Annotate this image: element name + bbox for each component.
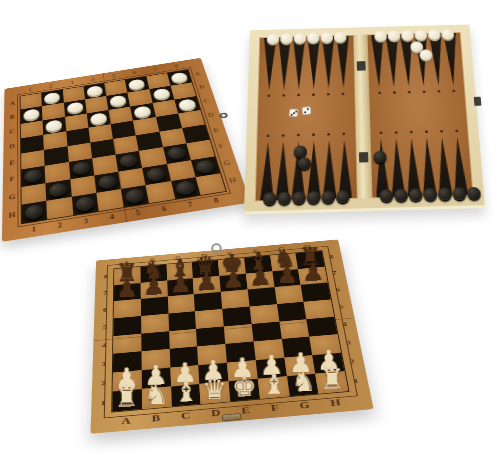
checkers-square <box>22 201 48 224</box>
checker-black <box>174 180 196 196</box>
checker-white <box>24 109 40 122</box>
backgammon-black-checker <box>379 189 393 202</box>
backgammon-white-checker <box>321 32 334 43</box>
chess-square-g1: ♞ <box>287 374 319 396</box>
chess-square-d6 <box>194 292 222 311</box>
chess-square-f1: ♝ <box>258 377 290 399</box>
backgammon-point <box>307 37 320 90</box>
backgammon-white-checker <box>414 30 427 41</box>
coordinate-label: 2 <box>101 380 106 387</box>
point-dot-icon <box>277 134 290 137</box>
coordinate-label: B <box>10 115 15 121</box>
checkers-board: ABCDEFGH ABCDEFGH 12345678 12345678 <box>2 58 251 242</box>
chess-square-d1: ♛ <box>200 382 231 404</box>
coordinate-label: 5 <box>112 74 116 79</box>
checker-black <box>194 159 216 174</box>
checker-black <box>119 154 139 169</box>
checker-black <box>125 188 146 204</box>
point-dot-icon <box>447 90 460 93</box>
coordinate-label: 7 <box>103 291 107 297</box>
coordinate-label: G <box>9 194 16 201</box>
chess-square-d5 <box>195 309 224 329</box>
coordinate-label: 3 <box>102 361 107 367</box>
bg-black-rail-left <box>263 190 350 205</box>
backgammon-point <box>443 33 459 86</box>
coordinate-label: C <box>181 411 191 421</box>
chess-board: ♜♞♝♛♚♝♞♜♟♟♟♟♟♟♟♟♟♟♟♟♟♟♟♟♜♞♝♛♚♝♞♜ ABCDEFG… <box>90 239 373 433</box>
coordinate-label: 1 <box>32 226 37 233</box>
coordinate-label: F <box>10 176 15 183</box>
coordinate-label: 3 <box>70 80 74 85</box>
checker-black <box>25 169 43 184</box>
point-dots <box>373 90 461 95</box>
coordinate-label: 7 <box>332 271 337 277</box>
coordinate-label: 3 <box>345 340 351 346</box>
coordinate-label: 5 <box>102 325 107 331</box>
chess-square-c5 <box>168 311 196 331</box>
point-dot-icon <box>418 90 431 93</box>
backgammon-black-checker <box>336 190 350 203</box>
coordinate-label: 4 <box>342 321 348 327</box>
checker-white <box>152 88 170 100</box>
point-dot-icon <box>373 91 386 94</box>
point-dot-icon <box>307 133 320 136</box>
chess-piece-black-pawn: ♟ <box>142 274 165 299</box>
chess-piece-white-king: ♚ <box>232 373 257 401</box>
checker-white <box>90 112 108 125</box>
coordinate-label: 6 <box>103 307 107 313</box>
point-dot-icon <box>420 130 433 133</box>
coordinate-label: B <box>199 85 205 90</box>
coordinate-label: C <box>10 129 16 135</box>
chess-square-g5 <box>276 302 306 322</box>
coordinate-label: E <box>213 128 220 134</box>
chess-piece-black-pawn: ♟ <box>276 262 299 287</box>
backgammon-point <box>263 38 277 91</box>
backgammon-point <box>292 37 305 90</box>
coordinate-label: D <box>208 113 215 119</box>
backgammon-white-checker <box>280 33 293 44</box>
bg-white-rail-right <box>374 29 454 42</box>
chess-square-a7: ♟ <box>114 283 141 302</box>
checkers-square <box>96 189 124 211</box>
checkers-square <box>159 128 186 147</box>
coordinate-label: 1 <box>28 87 32 92</box>
point-dot-icon <box>322 93 335 96</box>
backgammon-point <box>322 36 335 89</box>
point-dot-icon <box>403 91 416 94</box>
chess-grid: ♜♞♝♛♚♝♞♜♟♟♟♟♟♟♟♟♟♟♟♟♟♟♟♟♜♞♝♛♚♝♞♜ <box>111 250 349 412</box>
coordinate-label: A <box>10 101 15 106</box>
coordinate-label: 2 <box>49 84 53 89</box>
chess-piece-white-knight: ♞ <box>144 381 169 409</box>
chess-piece-white-rook: ♜ <box>320 365 345 393</box>
checkers-square <box>46 197 72 220</box>
backgammon-board <box>244 24 485 214</box>
backgammon-black-checker <box>394 189 408 202</box>
point-dot-icon <box>322 133 335 136</box>
chess-square-h6 <box>301 283 331 302</box>
chess-square-a6 <box>114 299 141 318</box>
chess-board-frame: ♜♞♝♛♚♝♞♜♟♟♟♟♟♟♟♟♟♟♟♟♟♟♟♟♜♞♝♛♚♝♞♜ ABCDEFG… <box>90 239 373 433</box>
chess-square-b1: ♞ <box>142 387 172 409</box>
chess-piece-black-pawn: ♟ <box>116 276 139 301</box>
coordinate-label: G <box>299 400 311 410</box>
bg-black-rail-right <box>379 187 481 202</box>
checkers-square <box>113 135 139 154</box>
coordinate-label: D <box>211 408 221 418</box>
point-dot-icon <box>292 134 305 137</box>
coordinate-label: H <box>9 212 16 220</box>
backgammon-white-checker <box>334 32 347 43</box>
coordinate-label: F <box>270 403 280 413</box>
coordinate-label: 8 <box>329 255 334 260</box>
coordinate-label: 7 <box>187 201 193 208</box>
point-dot-icon <box>263 94 276 97</box>
die-2 <box>302 106 312 115</box>
point-dot-icon <box>388 91 401 94</box>
backgammon-black-checker <box>263 192 277 205</box>
chess-piece-black-pawn: ♟ <box>249 264 272 289</box>
point-dot-icon <box>307 93 320 96</box>
point-dots <box>374 129 463 134</box>
backgammon-black-checker <box>466 187 481 200</box>
coordinate-label: 4 <box>102 342 107 348</box>
checkers-square <box>115 151 142 171</box>
clasp-icon <box>222 413 242 421</box>
checkers-board-frame: ABCDEFGH ABCDEFGH 12345678 12345678 <box>2 58 251 242</box>
chess-square-e1: ♚ <box>229 379 260 401</box>
coordinate-label: 4 <box>91 77 95 82</box>
coordinate-label: 3 <box>83 218 88 225</box>
point-dots <box>263 92 351 97</box>
chess-piece-black-pawn: ♟ <box>196 269 219 294</box>
coordinate-label: E <box>241 406 251 416</box>
checker-white <box>128 79 145 91</box>
chess-square-e5 <box>222 306 251 326</box>
coordinate-label: H <box>330 398 342 408</box>
backgammon-white-checker <box>441 29 454 40</box>
chess-square-c7: ♟ <box>167 278 194 297</box>
point-dots <box>262 132 351 137</box>
checkers-square <box>71 193 98 216</box>
checkers-square <box>70 175 96 196</box>
point-dot-icon <box>435 130 448 133</box>
coordinate-label: 2 <box>349 358 355 365</box>
coordinate-label: 5 <box>338 304 344 310</box>
backgammon-point <box>336 36 350 89</box>
chess-square-b5 <box>141 314 169 334</box>
coordinate-label: A <box>194 72 201 77</box>
coordinate-label: E <box>10 160 15 166</box>
backgammon-black-checker <box>321 191 335 204</box>
chess-ranks-left: 87654321 <box>96 269 111 414</box>
backgammon-point <box>278 37 291 90</box>
backgammon-point <box>429 33 445 86</box>
hook-ring-icon <box>219 112 229 118</box>
checker-white <box>86 85 103 97</box>
coordinate-label: H <box>228 177 237 184</box>
bg-white-rail-left <box>267 32 347 45</box>
coordinate-label: F <box>218 143 225 149</box>
checker-white <box>46 119 63 132</box>
checkers-square <box>146 181 175 203</box>
chess-piece-white-bishop: ♝ <box>261 370 286 398</box>
chess-square-c4 <box>169 329 198 349</box>
backgammon-white-checker <box>307 32 320 43</box>
coordinate-label: 6 <box>335 287 340 293</box>
backgammon-case <box>244 24 485 214</box>
point-dot-icon <box>374 131 387 134</box>
chess-square-h1: ♜ <box>316 371 349 393</box>
checkers-square <box>136 132 163 151</box>
backgammon-white-checker <box>400 30 413 41</box>
checker-black <box>98 174 118 190</box>
checker-black <box>75 196 95 212</box>
checker-black <box>146 166 167 181</box>
backgammon-white-checker <box>267 34 280 45</box>
point-dot-icon <box>389 131 402 134</box>
chess-piece-white-bishop: ♝ <box>173 378 198 406</box>
backgammon-point <box>385 35 400 88</box>
coordinate-label: 8 <box>104 274 108 280</box>
backgammon-black-checker <box>423 188 437 201</box>
backgammon-point <box>338 140 352 199</box>
chess-piece-black-pawn: ♟ <box>302 260 325 285</box>
backgammon-black-checker <box>307 191 321 204</box>
checker-white <box>66 102 83 115</box>
backgammon-point <box>371 35 385 88</box>
product-photo-scene: ABCDEFGH ABCDEFGH 12345678 12345678 <box>0 0 500 469</box>
chess-square-f6 <box>247 287 276 306</box>
checkers-square <box>195 173 225 195</box>
checkers-square <box>21 166 45 187</box>
bg-left-half <box>255 35 358 202</box>
point-dot-icon <box>262 134 275 137</box>
checker-white <box>177 98 196 111</box>
bg-right-half <box>366 32 473 198</box>
backgammon-white-checker <box>387 30 400 41</box>
coordinate-label: D <box>9 144 15 150</box>
coordinate-label: 2 <box>58 222 63 229</box>
chess-square-b4 <box>141 331 169 351</box>
chess-square-a1: ♜ <box>112 389 141 411</box>
point-dot-icon <box>292 94 305 97</box>
chess-piece-white-knight: ♞ <box>291 368 316 396</box>
checkers-square <box>118 168 146 189</box>
hinge-icon <box>356 61 365 71</box>
checker-white <box>170 72 188 84</box>
chess-piece-white-rook: ♜ <box>114 383 139 411</box>
coordinate-label: 5 <box>135 209 141 216</box>
checkers-letters-left: ABCDEFGH <box>5 96 18 227</box>
point-dot-icon <box>432 90 445 93</box>
coordinate-label: 6 <box>132 71 136 76</box>
chess-square-c1: ♝ <box>171 384 201 406</box>
hinge-icon <box>358 152 367 162</box>
coordinate-label: 8 <box>174 64 179 69</box>
point-dot-icon <box>450 129 463 132</box>
chess-piece-black-pawn: ♟ <box>222 267 245 292</box>
chess-piece-white-queen: ♛ <box>203 376 228 404</box>
checker-black <box>166 146 186 161</box>
coordinate-label: 7 <box>153 67 158 72</box>
coordinate-label: A <box>121 416 131 426</box>
point-dot-icon <box>337 92 350 95</box>
coordinate-label: 8 <box>213 197 219 204</box>
die-1 <box>288 108 298 117</box>
chess-piece-black-pawn: ♟ <box>169 271 192 296</box>
checker-white <box>109 95 127 107</box>
point-dot-icon <box>404 131 417 134</box>
checker-black <box>72 161 91 176</box>
point-dot-icon <box>277 94 290 97</box>
coordinate-label: B <box>151 413 160 423</box>
checker-white <box>44 92 60 104</box>
coordinate-label: 4 <box>109 213 114 220</box>
coordinate-label: 1 <box>101 400 106 407</box>
checker-white <box>134 105 152 118</box>
coordinate-label: 6 <box>161 205 167 212</box>
coordinate-label: 1 <box>353 378 359 385</box>
checkers-square <box>88 124 113 143</box>
checker-black <box>49 182 68 198</box>
checkers-square <box>191 156 220 177</box>
checkers-square <box>121 185 149 207</box>
backgammon-white-checker <box>427 29 440 40</box>
backgammon-white-checker <box>374 31 387 42</box>
point-dot-icon <box>338 132 351 135</box>
checker-black <box>25 204 44 221</box>
chess-square-a5 <box>113 316 141 336</box>
coordinate-label: C <box>203 98 210 104</box>
coordinate-label: G <box>223 160 231 167</box>
